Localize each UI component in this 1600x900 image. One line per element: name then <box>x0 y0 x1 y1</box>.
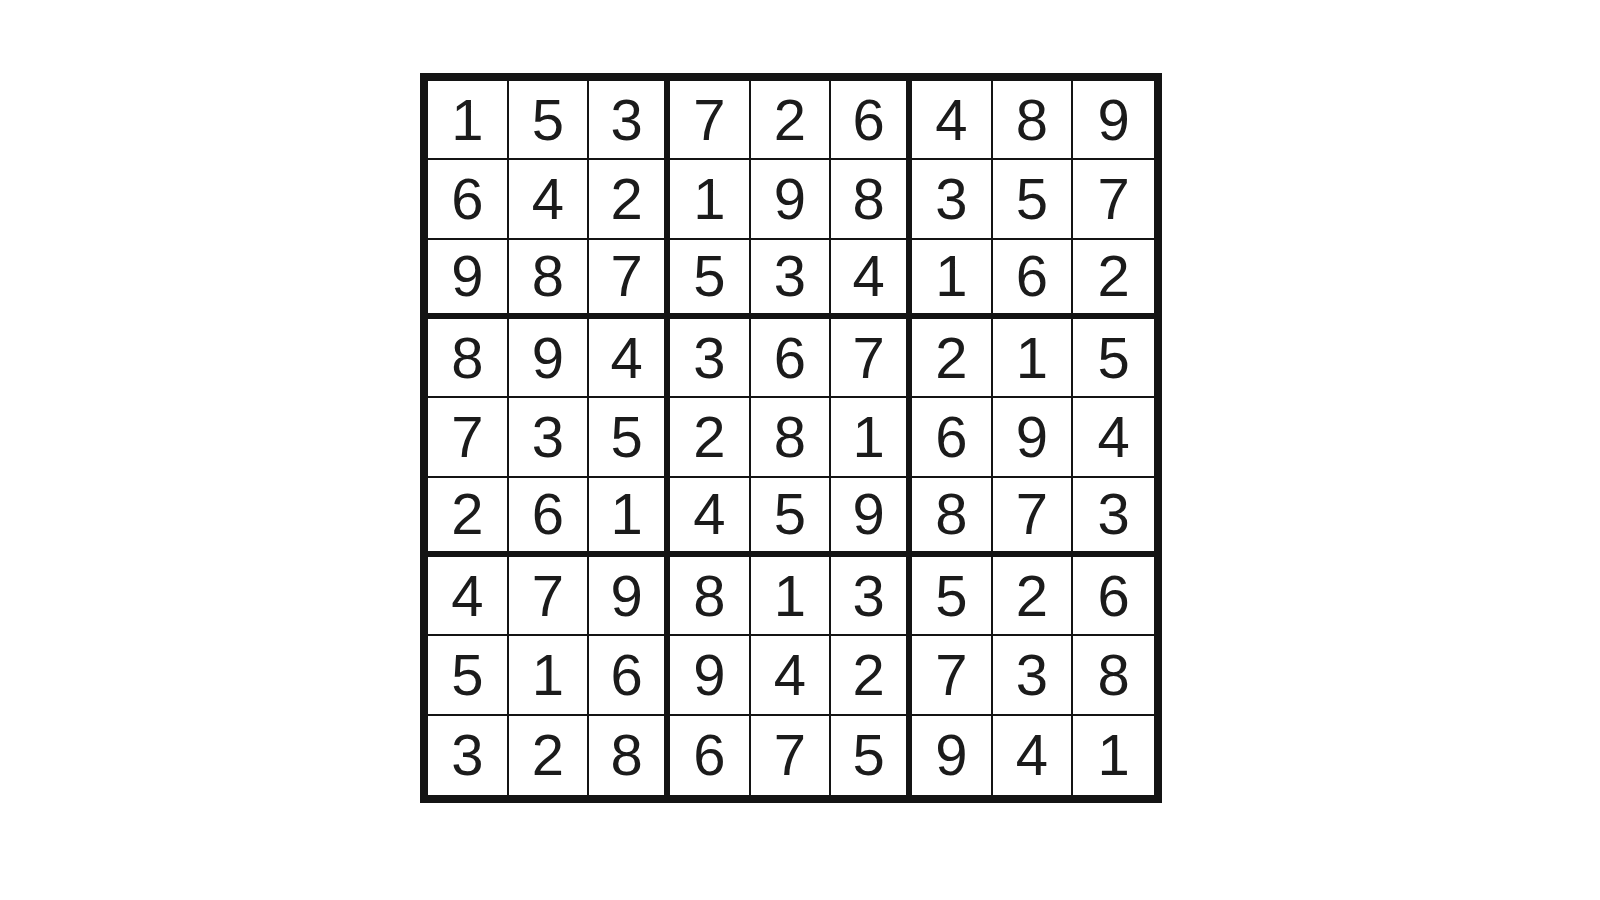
cell-r8c1: 5 <box>428 636 509 715</box>
cell-r7c3: 9 <box>589 557 670 636</box>
cell-r4c4: 3 <box>670 319 751 398</box>
cell-r1c7: 4 <box>912 81 993 160</box>
cell-r4c9: 5 <box>1073 319 1154 398</box>
cell-r5c7: 6 <box>912 398 993 477</box>
cell-r1c4: 7 <box>670 81 751 160</box>
cell-r3c3: 7 <box>589 240 670 319</box>
cell-r7c2: 7 <box>509 557 590 636</box>
cell-r8c5: 4 <box>751 636 832 715</box>
cell-r2c7: 3 <box>912 160 993 239</box>
cell-r5c1: 7 <box>428 398 509 477</box>
cell-r6c8: 7 <box>993 478 1074 557</box>
cell-r5c9: 4 <box>1073 398 1154 477</box>
cell-r2c4: 1 <box>670 160 751 239</box>
cell-r5c8: 9 <box>993 398 1074 477</box>
cell-r6c6: 9 <box>831 478 912 557</box>
cell-r9c5: 7 <box>751 716 832 795</box>
cell-r2c3: 2 <box>589 160 670 239</box>
cell-r9c3: 8 <box>589 716 670 795</box>
cell-r4c3: 4 <box>589 319 670 398</box>
cell-r5c2: 3 <box>509 398 590 477</box>
cell-r2c8: 5 <box>993 160 1074 239</box>
cell-r3c5: 3 <box>751 240 832 319</box>
cell-r6c4: 4 <box>670 478 751 557</box>
cell-r6c9: 3 <box>1073 478 1154 557</box>
cell-r7c8: 2 <box>993 557 1074 636</box>
cell-r5c5: 8 <box>751 398 832 477</box>
cell-r8c4: 9 <box>670 636 751 715</box>
cell-r4c8: 1 <box>993 319 1074 398</box>
cell-r6c2: 6 <box>509 478 590 557</box>
cell-r3c2: 8 <box>509 240 590 319</box>
cell-r9c9: 1 <box>1073 716 1154 795</box>
cell-r1c6: 6 <box>831 81 912 160</box>
cell-r7c1: 4 <box>428 557 509 636</box>
cell-r3c7: 1 <box>912 240 993 319</box>
cell-r4c1: 8 <box>428 319 509 398</box>
cell-r9c7: 9 <box>912 716 993 795</box>
cell-r7c7: 5 <box>912 557 993 636</box>
cell-r6c1: 2 <box>428 478 509 557</box>
cell-r9c2: 2 <box>509 716 590 795</box>
cell-r4c7: 2 <box>912 319 993 398</box>
cell-r2c1: 6 <box>428 160 509 239</box>
cell-r1c1: 1 <box>428 81 509 160</box>
cell-r7c5: 1 <box>751 557 832 636</box>
cell-r1c2: 5 <box>509 81 590 160</box>
cell-r4c2: 9 <box>509 319 590 398</box>
cell-r8c2: 1 <box>509 636 590 715</box>
page-background: 1537264896421983579875341628943672157352… <box>0 0 1600 900</box>
cell-r8c6: 2 <box>831 636 912 715</box>
cell-r2c6: 8 <box>831 160 912 239</box>
cell-r5c6: 1 <box>831 398 912 477</box>
cell-r8c7: 7 <box>912 636 993 715</box>
cell-r9c8: 4 <box>993 716 1074 795</box>
cell-r6c3: 1 <box>589 478 670 557</box>
cell-r7c6: 3 <box>831 557 912 636</box>
cell-r9c6: 5 <box>831 716 912 795</box>
cell-r3c8: 6 <box>993 240 1074 319</box>
cell-r1c5: 2 <box>751 81 832 160</box>
cell-r3c6: 4 <box>831 240 912 319</box>
cell-r3c1: 9 <box>428 240 509 319</box>
cell-r1c9: 9 <box>1073 81 1154 160</box>
cell-r5c3: 5 <box>589 398 670 477</box>
cell-r8c9: 8 <box>1073 636 1154 715</box>
cell-r2c9: 7 <box>1073 160 1154 239</box>
cell-r9c4: 6 <box>670 716 751 795</box>
cell-r8c3: 6 <box>589 636 670 715</box>
sudoku-board: 1537264896421983579875341628943672157352… <box>420 73 1162 803</box>
cell-r6c5: 5 <box>751 478 832 557</box>
cell-r3c9: 2 <box>1073 240 1154 319</box>
cell-r6c7: 8 <box>912 478 993 557</box>
cell-r2c2: 4 <box>509 160 590 239</box>
cell-r7c4: 8 <box>670 557 751 636</box>
cell-r4c6: 7 <box>831 319 912 398</box>
cell-r2c5: 9 <box>751 160 832 239</box>
cell-r5c4: 2 <box>670 398 751 477</box>
cell-r1c3: 3 <box>589 81 670 160</box>
cell-r8c8: 3 <box>993 636 1074 715</box>
cell-r1c8: 8 <box>993 81 1074 160</box>
cell-r3c4: 5 <box>670 240 751 319</box>
cell-r7c9: 6 <box>1073 557 1154 636</box>
cell-r9c1: 3 <box>428 716 509 795</box>
cell-r4c5: 6 <box>751 319 832 398</box>
